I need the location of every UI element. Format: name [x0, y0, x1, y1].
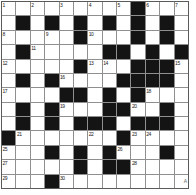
black-cell-r6c10 [131, 74, 144, 87]
cell-r11c5[interactable] [60, 146, 73, 159]
black-cell-r10c1 [2, 131, 15, 144]
cell-r2c5[interactable] [60, 16, 73, 29]
cell-r8c6[interactable] [74, 103, 87, 116]
black-cell-r12c9 [117, 160, 130, 173]
clue-number-24: 24 [146, 131, 151, 137]
black-cell-r5c12 [160, 60, 173, 73]
black-cell-r10c9 [117, 131, 130, 144]
cell-r6c5[interactable]: 16 [60, 74, 73, 87]
black-cell-r2c8 [103, 16, 116, 29]
black-cell-r5c6 [74, 60, 87, 73]
cell-r12c12[interactable] [160, 160, 173, 173]
cell-r6c8[interactable] [103, 74, 116, 87]
cell-r1c6[interactable] [74, 2, 87, 15]
cell-r5c3[interactable] [31, 60, 44, 73]
cell-r3c2[interactable] [16, 31, 29, 44]
cell-r3c1[interactable]: 8 [2, 31, 15, 44]
cell-r10c6[interactable] [74, 131, 87, 144]
cell-r12c11[interactable] [146, 160, 159, 173]
clue-number-8: 8 [3, 31, 5, 37]
cell-r8c5[interactable]: 19 [60, 103, 73, 116]
cell-r5c8[interactable]: 14 [103, 60, 116, 73]
black-cell-r6c11 [146, 74, 159, 87]
cell-r12c3[interactable] [31, 160, 44, 173]
cell-r13c12[interactable] [160, 175, 173, 188]
cell-r1c11[interactable]: 6 [146, 2, 159, 15]
cell-r8c13[interactable] [175, 103, 188, 116]
cell-r9c9[interactable] [117, 117, 130, 130]
clue-number-7: 7 [175, 2, 177, 8]
clue-number-15: 15 [175, 60, 180, 66]
cell-r3c9[interactable] [117, 31, 130, 44]
black-cell-r2c2 [16, 16, 29, 29]
cell-r13c1[interactable]: 29 [2, 175, 15, 188]
cell-r13c6[interactable] [74, 175, 87, 188]
cell-r4c1[interactable] [2, 45, 15, 58]
black-cell-r8c8 [103, 103, 116, 116]
clue-number-25: 25 [3, 146, 8, 152]
cell-r13c3[interactable] [31, 175, 44, 188]
cell-r9c13[interactable] [175, 117, 188, 130]
cell-r7c9[interactable] [117, 88, 130, 101]
cell-r10c8[interactable] [103, 131, 116, 144]
cell-r1c4[interactable] [45, 2, 58, 15]
black-cell-r5c10 [131, 60, 144, 73]
black-cell-r4c8 [103, 45, 116, 58]
cell-r2c3[interactable] [31, 16, 44, 29]
cell-r12c2[interactable] [16, 160, 29, 173]
black-cell-r8c4 [45, 103, 58, 116]
clue-number-20: 20 [132, 103, 137, 109]
cell-r12c5[interactable] [60, 160, 73, 173]
cell-r10c13[interactable] [175, 131, 188, 144]
cell-r8c11[interactable] [146, 103, 159, 116]
cell-r11c13[interactable] [175, 146, 188, 159]
clue-number-27: 27 [3, 160, 8, 166]
clue-number-1: 1 [3, 2, 5, 8]
black-cell-r9c12 [160, 117, 173, 130]
cell-r12c7[interactable] [88, 160, 101, 173]
cell-r1c1[interactable]: 1 [2, 2, 15, 15]
cell-r10c4[interactable] [45, 131, 58, 144]
cell-r7c12[interactable] [160, 88, 173, 101]
cell-r1c7[interactable]: 4 [88, 2, 101, 15]
black-cell-r4c13 [175, 45, 188, 58]
black-cell-r2c4 [45, 16, 58, 29]
cell-r7c4[interactable] [45, 88, 58, 101]
cell-r6c13[interactable] [175, 74, 188, 87]
cell-r10c12[interactable] [160, 131, 173, 144]
cell-r3c11[interactable] [146, 31, 159, 44]
cell-r6c3[interactable] [31, 74, 44, 87]
cell-r3c5[interactable] [60, 31, 73, 44]
clue-number-3: 3 [60, 2, 62, 8]
clue-number-21: 21 [17, 131, 22, 137]
clue-number-26: 26 [118, 146, 123, 152]
cell-r3c4[interactable]: 9 [45, 31, 58, 44]
cell-r12c13[interactable] [175, 160, 188, 173]
cell-r2c1[interactable] [2, 16, 15, 29]
cell-r10c2[interactable]: 21 [16, 131, 29, 144]
black-cell-r7c10 [131, 88, 144, 101]
cell-r11c11[interactable] [146, 146, 159, 159]
cell-r11c9[interactable]: 26 [117, 146, 130, 159]
cell-r11c10[interactable] [131, 146, 144, 159]
clue-number-17: 17 [3, 88, 8, 94]
black-cell-r7c6 [74, 88, 87, 101]
cell-r13c7[interactable] [88, 175, 101, 188]
black-cell-r2c10 [131, 16, 144, 29]
black-cell-r4c9 [117, 45, 130, 58]
cell-r6c1[interactable] [2, 74, 15, 87]
cell-r4c6[interactable] [74, 45, 87, 58]
cell-r3c3[interactable] [31, 31, 44, 44]
black-cell-r9c6 [74, 117, 87, 130]
crossword-grid: 1234567891011121314151617181920212223242… [1, 1, 189, 189]
cell-r4c10[interactable] [131, 45, 144, 58]
black-cell-r13c4 [45, 175, 58, 188]
cell-r5c4[interactable] [45, 60, 58, 73]
cell-r2c13[interactable] [175, 16, 188, 29]
clue-number-9: 9 [46, 31, 48, 37]
cell-r13c9[interactable] [117, 175, 130, 188]
cell-r1c8[interactable] [103, 2, 116, 15]
cell-r12c1[interactable]: 27 [2, 160, 15, 173]
cell-r1c2[interactable] [16, 2, 29, 15]
cell-r11c2[interactable] [16, 146, 29, 159]
black-cell-r11c6 [74, 146, 87, 159]
cell-r7c7[interactable] [88, 88, 101, 101]
cell-r10c7[interactable]: 22 [88, 131, 101, 144]
cell-r9c3[interactable] [31, 117, 44, 130]
clue-number-14: 14 [103, 60, 108, 66]
black-cell-r9c2 [16, 117, 29, 130]
black-cell-r9c10 [131, 117, 144, 130]
cell-r7c1[interactable]: 17 [2, 88, 15, 101]
clue-number-29: 29 [3, 175, 8, 181]
cell-r10c3[interactable] [31, 131, 44, 144]
cell-r9c1[interactable] [2, 117, 15, 130]
clue-number-28: 28 [132, 160, 137, 166]
cell-r4c3[interactable]: 11 [31, 45, 44, 58]
black-cell-r11c4 [45, 146, 58, 159]
cell-r7c3[interactable] [31, 88, 44, 101]
clue-number-10: 10 [89, 31, 94, 37]
black-cell-r3c12 [160, 31, 173, 44]
cell-r2c9[interactable] [117, 16, 130, 29]
black-cell-r3c10 [131, 31, 144, 44]
cell-r10c11[interactable]: 24 [146, 131, 159, 144]
black-cell-r2c12 [160, 16, 173, 29]
cell-r2c7[interactable] [88, 16, 101, 29]
black-cell-r6c12 [160, 74, 173, 87]
cell-r1c13[interactable]: 7 [175, 2, 188, 15]
cell-r13c2[interactable] [16, 175, 29, 188]
clue-number-22: 22 [89, 131, 94, 137]
black-cell-r1c10 [131, 2, 144, 15]
cell-r4c7[interactable] [88, 45, 101, 58]
cell-r6c6[interactable] [74, 74, 87, 87]
black-cell-r12c6 [74, 160, 87, 173]
cell-r1c9[interactable]: 5 [117, 2, 130, 15]
black-cell-r4c11 [146, 45, 159, 58]
cell-r1c12[interactable] [160, 2, 173, 15]
cell-r9c5[interactable] [60, 117, 73, 130]
black-cell-r4c2 [16, 45, 29, 58]
cell-r13c8[interactable] [103, 175, 116, 188]
black-cell-r6c4 [45, 74, 58, 87]
black-cell-r11c8 [103, 146, 116, 159]
black-cell-r9c4 [45, 117, 58, 130]
cell-r5c2[interactable] [16, 60, 29, 73]
cell-r13c11[interactable] [146, 175, 159, 188]
cell-r12c10[interactable]: 28 [131, 160, 144, 173]
black-cell-r7c8 [103, 88, 116, 101]
cell-r3c13[interactable] [175, 31, 188, 44]
cell-r7c2[interactable] [16, 88, 29, 101]
black-cell-r11c12 [160, 146, 173, 159]
cell-r7c11[interactable]: 18 [146, 88, 159, 101]
black-cell-r9c8 [103, 117, 116, 130]
cell-r3c7[interactable]: 10 [88, 31, 101, 44]
cell-r13c5[interactable]: 30 [60, 175, 73, 188]
black-cell-r6c9 [117, 74, 130, 87]
clue-number-6: 6 [146, 2, 148, 8]
cell-r8c10[interactable]: 20 [131, 103, 144, 116]
clue-number-30: 30 [60, 175, 65, 181]
cell-r12c4[interactable] [45, 160, 58, 173]
cell-r8c1[interactable] [2, 103, 15, 116]
clue-number-13: 13 [89, 60, 94, 66]
cell-r3c8[interactable] [103, 31, 116, 44]
cell-r13c13[interactable]: A [175, 175, 188, 188]
cell-r10c10[interactable]: 23 [131, 131, 144, 144]
crossword-page: 1234567891011121314151617181920212223242… [0, 0, 196, 195]
cell-r4c12[interactable] [160, 45, 173, 58]
clue-number-12: 12 [3, 60, 8, 66]
cell-r5c7[interactable]: 13 [88, 60, 101, 73]
black-cell-r12c8 [103, 160, 116, 173]
black-cell-r6c2 [16, 74, 29, 87]
black-cell-r9c7 [88, 117, 101, 130]
cell-r8c3[interactable] [31, 103, 44, 116]
clue-number-18: 18 [146, 88, 151, 94]
cell-r5c1[interactable]: 12 [2, 60, 15, 73]
corner-mark: A [184, 178, 187, 184]
clue-number-4: 4 [89, 2, 91, 8]
cell-r8c7[interactable] [88, 103, 101, 116]
black-cell-r9c11 [146, 117, 159, 130]
cell-r1c5[interactable]: 3 [60, 2, 73, 15]
clue-number-16: 16 [60, 74, 65, 80]
clue-number-23: 23 [132, 131, 137, 137]
clue-number-11: 11 [31, 45, 35, 51]
black-cell-r7c5 [60, 88, 73, 101]
cell-r13c10[interactable] [131, 175, 144, 188]
cell-r11c7[interactable] [88, 146, 101, 159]
cell-r4c5[interactable] [60, 45, 73, 58]
black-cell-r8c2 [16, 103, 29, 116]
black-cell-r8c9 [117, 103, 130, 116]
cell-r5c9[interactable] [117, 60, 130, 73]
clue-number-5: 5 [118, 2, 120, 8]
cell-r4c4[interactable] [45, 45, 58, 58]
cell-r1c3[interactable]: 2 [31, 2, 44, 15]
clue-number-2: 2 [31, 2, 33, 8]
cell-r6c7[interactable] [88, 74, 101, 87]
cell-r2c11[interactable] [146, 16, 159, 29]
cell-r5c5[interactable] [60, 60, 73, 73]
cell-r10c5[interactable] [60, 131, 73, 144]
black-cell-r3c6 [74, 31, 87, 44]
black-cell-r2c6 [74, 16, 87, 29]
cell-r7c13[interactable] [175, 88, 188, 101]
black-cell-r5c11 [146, 60, 159, 73]
black-cell-r8c12 [160, 103, 173, 116]
clue-number-19: 19 [60, 103, 65, 109]
cell-r5c13[interactable]: 15 [175, 60, 188, 73]
cell-r11c3[interactable] [31, 146, 44, 159]
cell-r11c1[interactable]: 25 [2, 146, 15, 159]
